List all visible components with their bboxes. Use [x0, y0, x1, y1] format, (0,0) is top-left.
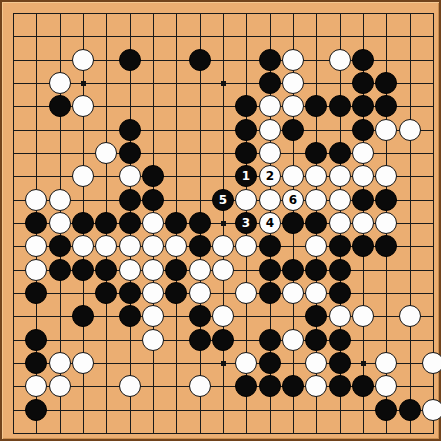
black-stone	[119, 189, 141, 211]
white-stone	[25, 189, 47, 211]
black-stone	[235, 95, 257, 117]
white-stone	[72, 95, 94, 117]
white-stone	[25, 375, 47, 397]
white-stone	[25, 235, 47, 257]
white-stone	[329, 189, 351, 211]
black-stone	[119, 49, 141, 71]
white-stone	[399, 305, 421, 327]
white-stone	[189, 259, 211, 281]
black-stone	[352, 119, 374, 141]
black-stone	[305, 142, 327, 164]
black-stone	[259, 352, 281, 374]
white-stone	[49, 189, 71, 211]
black-stone	[375, 399, 397, 421]
white-stone	[119, 259, 141, 281]
star-point	[81, 81, 86, 86]
black-stone	[119, 119, 141, 141]
black-stone	[212, 329, 234, 351]
black-stone	[329, 282, 351, 304]
black-stone	[119, 282, 141, 304]
white-stone	[142, 305, 164, 327]
white-stone	[282, 95, 304, 117]
black-stone	[329, 95, 351, 117]
black-stone	[25, 212, 47, 234]
black-stone	[189, 49, 211, 71]
white-stone	[329, 305, 351, 327]
black-stone	[95, 212, 117, 234]
black-stone	[259, 259, 281, 281]
white-stone	[422, 399, 441, 421]
white-stone	[305, 282, 327, 304]
white-stone	[329, 49, 351, 71]
white-stone	[119, 375, 141, 397]
black-stone	[282, 212, 304, 234]
black-stone	[282, 259, 304, 281]
black-stone	[259, 282, 281, 304]
white-stone	[305, 235, 327, 257]
white-stone	[305, 352, 327, 374]
black-stone	[72, 305, 94, 327]
black-stone	[259, 72, 281, 94]
black-stone	[25, 352, 47, 374]
black-stone	[189, 212, 211, 234]
black-stone	[375, 189, 397, 211]
white-stone	[235, 189, 257, 211]
white-stone	[305, 165, 327, 187]
black-stone	[352, 375, 374, 397]
white-stone	[49, 72, 71, 94]
white-stone	[259, 142, 281, 164]
white-stone	[259, 189, 281, 211]
black-stone	[329, 352, 351, 374]
white-stone	[142, 235, 164, 257]
black-stone	[142, 165, 164, 187]
grid-line-horizontal	[13, 293, 434, 294]
black-stone	[375, 72, 397, 94]
stone-move-6: 6	[282, 189, 304, 211]
black-stone	[329, 375, 351, 397]
black-stone	[49, 235, 71, 257]
black-stone	[235, 119, 257, 141]
white-stone	[72, 49, 94, 71]
stone-move-5: 5	[212, 189, 234, 211]
white-stone	[259, 95, 281, 117]
white-stone	[375, 352, 397, 374]
stone-move-3: 3	[235, 212, 257, 234]
white-stone	[352, 165, 374, 187]
white-stone	[49, 375, 71, 397]
white-stone	[49, 352, 71, 374]
white-stone	[189, 375, 211, 397]
stone-move-2: 2	[259, 165, 281, 187]
white-stone	[422, 352, 441, 374]
white-stone	[142, 259, 164, 281]
white-stone	[212, 259, 234, 281]
black-stone	[189, 329, 211, 351]
white-stone	[72, 352, 94, 374]
black-stone	[259, 49, 281, 71]
white-stone	[305, 375, 327, 397]
star-point	[221, 81, 226, 86]
black-stone	[305, 95, 327, 117]
black-stone	[375, 235, 397, 257]
grid-line-horizontal	[13, 433, 434, 434]
black-stone	[282, 119, 304, 141]
black-stone	[49, 95, 71, 117]
black-stone	[329, 235, 351, 257]
white-stone	[375, 375, 397, 397]
white-stone	[119, 165, 141, 187]
white-stone	[282, 72, 304, 94]
grid-line-horizontal	[13, 410, 434, 411]
white-stone	[399, 119, 421, 141]
black-stone	[352, 235, 374, 257]
white-stone	[25, 259, 47, 281]
black-stone	[352, 72, 374, 94]
stone-move-4: 4	[259, 212, 281, 234]
black-stone	[329, 329, 351, 351]
black-stone	[25, 329, 47, 351]
white-stone	[142, 282, 164, 304]
star-point	[221, 361, 226, 366]
white-stone	[282, 329, 304, 351]
black-stone	[189, 235, 211, 257]
black-stone	[305, 259, 327, 281]
black-stone	[119, 212, 141, 234]
black-stone	[165, 259, 187, 281]
white-stone	[212, 235, 234, 257]
black-stone	[352, 189, 374, 211]
white-stone	[329, 165, 351, 187]
white-stone	[375, 165, 397, 187]
white-stone	[235, 282, 257, 304]
black-stone	[305, 329, 327, 351]
black-stone	[119, 305, 141, 327]
black-stone	[282, 375, 304, 397]
white-stone	[95, 235, 117, 257]
black-stone	[165, 282, 187, 304]
white-stone	[329, 212, 351, 234]
white-stone	[142, 329, 164, 351]
white-stone	[119, 235, 141, 257]
white-stone	[212, 305, 234, 327]
black-stone	[375, 95, 397, 117]
go-diagram: 125634	[0, 0, 441, 441]
black-stone	[25, 399, 47, 421]
white-stone	[189, 282, 211, 304]
black-stone	[119, 142, 141, 164]
star-point	[361, 361, 366, 366]
white-stone	[375, 119, 397, 141]
black-stone	[305, 212, 327, 234]
black-stone	[259, 235, 281, 257]
white-stone	[95, 142, 117, 164]
black-stone	[49, 259, 71, 281]
black-stone	[142, 189, 164, 211]
black-stone	[25, 282, 47, 304]
black-stone	[72, 259, 94, 281]
black-stone	[95, 282, 117, 304]
white-stone	[352, 305, 374, 327]
grid-line-vertical	[410, 13, 411, 434]
white-stone	[352, 212, 374, 234]
white-stone	[375, 212, 397, 234]
white-stone	[49, 212, 71, 234]
white-stone	[72, 165, 94, 187]
go-board: 125634	[0, 0, 441, 441]
white-stone	[235, 352, 257, 374]
black-stone	[352, 49, 374, 71]
black-stone	[329, 142, 351, 164]
star-point	[221, 221, 226, 226]
black-stone	[189, 305, 211, 327]
white-stone	[352, 142, 374, 164]
white-stone	[142, 212, 164, 234]
black-stone	[235, 142, 257, 164]
black-stone	[259, 375, 281, 397]
white-stone	[165, 235, 187, 257]
white-stone	[72, 235, 94, 257]
white-stone	[282, 282, 304, 304]
black-stone	[329, 259, 351, 281]
black-stone	[72, 212, 94, 234]
black-stone	[235, 375, 257, 397]
white-stone	[235, 235, 257, 257]
black-stone	[305, 305, 327, 327]
black-stone	[399, 399, 421, 421]
white-stone	[282, 49, 304, 71]
black-stone	[165, 212, 187, 234]
black-stone	[95, 259, 117, 281]
black-stone	[352, 95, 374, 117]
white-stone	[305, 189, 327, 211]
stone-move-1: 1	[235, 165, 257, 187]
white-stone	[259, 119, 281, 141]
black-stone	[259, 329, 281, 351]
white-stone	[282, 165, 304, 187]
